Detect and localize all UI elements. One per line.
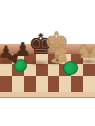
board-front-frame: [0, 92, 95, 98]
square[interactable]: [24, 76, 36, 92]
square[interactable]: [36, 76, 48, 92]
square[interactable]: [59, 76, 71, 92]
square[interactable]: [83, 64, 95, 76]
dark-pawn-fallen-piece[interactable]: ♟: [3, 50, 21, 67]
piece-shadow: [31, 61, 47, 65]
square[interactable]: [83, 76, 95, 92]
chess-set-photo: ♟ ♟ ♚ ♚ ♝ ♞ ♞ ♟ ♟: [0, 0, 95, 126]
square[interactable]: [0, 76, 12, 92]
square[interactable]: [0, 64, 12, 76]
light-pawn-piece[interactable]: ♟: [87, 46, 95, 61]
square[interactable]: [12, 76, 24, 92]
square[interactable]: [48, 76, 60, 92]
square[interactable]: [36, 64, 48, 76]
light-knight-lying-piece[interactable]: ♞: [51, 43, 70, 61]
square[interactable]: [71, 76, 83, 92]
